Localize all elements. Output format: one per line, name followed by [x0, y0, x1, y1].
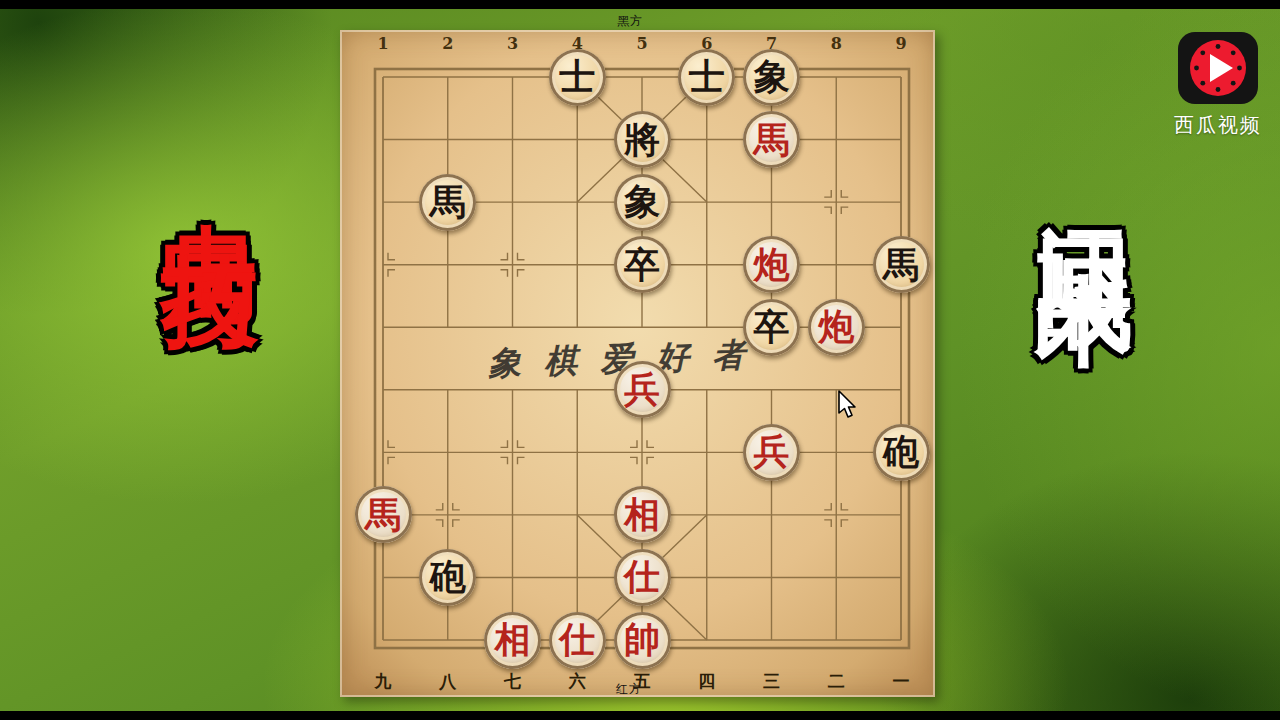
piece-black-士-4-1[interactable]: 士: [549, 49, 606, 106]
black-side-label: 黑方: [617, 13, 643, 30]
piece-black-砲-9-7[interactable]: 砲: [873, 424, 930, 481]
left-banner-title: 中局技巧: [163, 144, 260, 204]
piece-red-炮-8-5[interactable]: 炮: [808, 299, 865, 356]
xigua-logo: 西瓜视频: [1165, 31, 1271, 139]
piece-black-砲-2-9[interactable]: 砲: [419, 549, 476, 606]
right-banner-title: 迂回战术: [1037, 148, 1134, 208]
piece-red-仕-4-10[interactable]: 仕: [549, 612, 606, 669]
letterbox-bottom: [0, 711, 1280, 720]
xiangqi-board[interactable]: 123456789 九八七六五四三二一 象棋爱好者 士士象將馬馬象卒炮馬卒炮兵兵…: [340, 30, 935, 697]
piece-red-相-5-8[interactable]: 相: [614, 486, 671, 543]
piece-black-象-7-1[interactable]: 象: [743, 49, 800, 106]
mouse-cursor: [836, 390, 858, 420]
pieces-layer: 士士象將馬馬象卒炮馬卒炮兵兵砲馬相砲仕相仕帥: [340, 30, 935, 697]
piece-red-馬-7-2[interactable]: 馬: [743, 111, 800, 168]
piece-black-馬-9-4[interactable]: 馬: [873, 236, 930, 293]
piece-red-馬-1-8[interactable]: 馬: [355, 486, 412, 543]
piece-red-兵-5-6[interactable]: 兵: [614, 361, 671, 418]
piece-red-炮-7-4[interactable]: 炮: [743, 236, 800, 293]
piece-red-兵-7-7[interactable]: 兵: [743, 424, 800, 481]
xigua-logo-icon: [1177, 31, 1259, 105]
piece-red-仕-5-9[interactable]: 仕: [614, 549, 671, 606]
letterbox-top: [0, 0, 1280, 9]
piece-black-馬-2-3[interactable]: 馬: [419, 174, 476, 231]
piece-black-卒-5-4[interactable]: 卒: [614, 236, 671, 293]
piece-black-將-5-2[interactable]: 將: [614, 111, 671, 168]
piece-red-相-3-10[interactable]: 相: [484, 612, 541, 669]
xigua-logo-text: 西瓜视频: [1165, 112, 1271, 139]
piece-black-卒-7-5[interactable]: 卒: [743, 299, 800, 356]
red-side-label: 红方: [616, 681, 642, 698]
piece-black-象-5-3[interactable]: 象: [614, 174, 671, 231]
piece-black-士-6-1[interactable]: 士: [678, 49, 735, 106]
piece-red-帥-5-10[interactable]: 帥: [614, 612, 671, 669]
